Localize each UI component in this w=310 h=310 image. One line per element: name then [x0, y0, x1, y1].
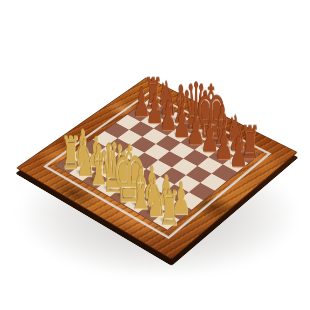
chess-set-photo: ♜♞♝♛♚♝♞♜♟♟♟♟♟♟♟♟♟♟♟♟♟♟♟♟♜♞♝♛♚♝♞♜ — [0, 0, 310, 310]
piece-white-rook[interactable]: ♜ — [159, 184, 181, 232]
piece-black-pawn[interactable]: ♟ — [230, 132, 249, 174]
